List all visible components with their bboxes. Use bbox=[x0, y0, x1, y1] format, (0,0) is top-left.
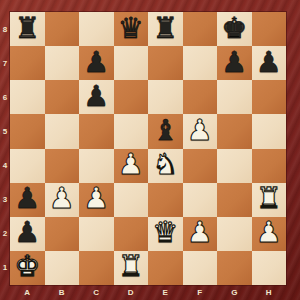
square-h3[interactable]: ♜ bbox=[252, 183, 287, 217]
square-f1[interactable] bbox=[183, 251, 218, 285]
piece-black-pawn[interactable]: ♟ bbox=[83, 48, 109, 77]
square-a3[interactable]: ♟ bbox=[10, 183, 45, 217]
square-e6[interactable] bbox=[148, 80, 183, 114]
square-a7[interactable] bbox=[10, 46, 45, 80]
rank-labels: 87654321 bbox=[0, 12, 10, 285]
rank-label-3: 3 bbox=[0, 183, 10, 217]
rank-label-8: 8 bbox=[0, 12, 10, 46]
piece-black-queen[interactable]: ♛ bbox=[118, 14, 144, 43]
square-f4[interactable] bbox=[183, 149, 218, 183]
piece-white-king[interactable]: ♚ bbox=[14, 252, 40, 281]
square-e4[interactable]: ♞ bbox=[148, 149, 183, 183]
file-label-e: E bbox=[148, 285, 183, 300]
square-a6[interactable] bbox=[10, 80, 45, 114]
piece-white-rook[interactable]: ♜ bbox=[118, 252, 144, 281]
square-c6[interactable]: ♟ bbox=[79, 80, 114, 114]
square-h4[interactable] bbox=[252, 149, 287, 183]
piece-white-pawn[interactable]: ♟ bbox=[187, 218, 213, 247]
square-f6[interactable] bbox=[183, 80, 218, 114]
piece-white-pawn[interactable]: ♟ bbox=[49, 184, 75, 213]
square-d6[interactable] bbox=[114, 80, 149, 114]
square-g6[interactable] bbox=[217, 80, 252, 114]
square-b4[interactable] bbox=[45, 149, 80, 183]
piece-black-king[interactable]: ♚ bbox=[221, 14, 247, 43]
square-e5[interactable]: ♝ bbox=[148, 114, 183, 148]
file-labels: ABCDEFGH bbox=[10, 285, 286, 300]
square-e2[interactable]: ♛ bbox=[148, 217, 183, 251]
chess-board: ♜♛♜♚♟♟♟♟♝♟♟♞♟♟♟♜♟♛♟♟♚♜ bbox=[10, 12, 286, 285]
square-c7[interactable]: ♟ bbox=[79, 46, 114, 80]
file-label-c: C bbox=[79, 285, 114, 300]
file-label-f: F bbox=[183, 285, 218, 300]
square-e3[interactable] bbox=[148, 183, 183, 217]
file-label-b: B bbox=[45, 285, 80, 300]
piece-white-pawn[interactable]: ♟ bbox=[118, 150, 144, 179]
square-h2[interactable]: ♟ bbox=[252, 217, 287, 251]
square-d1[interactable]: ♜ bbox=[114, 251, 149, 285]
file-label-g: G bbox=[217, 285, 252, 300]
square-c5[interactable] bbox=[79, 114, 114, 148]
square-h1[interactable] bbox=[252, 251, 287, 285]
square-f2[interactable]: ♟ bbox=[183, 217, 218, 251]
square-g8[interactable]: ♚ bbox=[217, 12, 252, 46]
rank-label-7: 7 bbox=[0, 46, 10, 80]
square-d2[interactable] bbox=[114, 217, 149, 251]
rank-label-1: 1 bbox=[0, 251, 10, 285]
square-b3[interactable]: ♟ bbox=[45, 183, 80, 217]
rank-label-6: 6 bbox=[0, 80, 10, 114]
square-h6[interactable] bbox=[252, 80, 287, 114]
square-h5[interactable] bbox=[252, 114, 287, 148]
square-g5[interactable] bbox=[217, 114, 252, 148]
square-c2[interactable] bbox=[79, 217, 114, 251]
piece-white-pawn[interactable]: ♟ bbox=[187, 116, 213, 145]
piece-black-pawn[interactable]: ♟ bbox=[256, 48, 282, 77]
board-frame: 87654321 ♜♛♜♚♟♟♟♟♝♟♟♞♟♟♟♜♟♛♟♟♚♜ ABCDEFGH bbox=[0, 0, 300, 300]
piece-black-bishop[interactable]: ♝ bbox=[152, 116, 178, 145]
square-h7[interactable]: ♟ bbox=[252, 46, 287, 80]
piece-black-pawn[interactable]: ♟ bbox=[221, 48, 247, 77]
square-g7[interactable]: ♟ bbox=[217, 46, 252, 80]
square-h8[interactable] bbox=[252, 12, 287, 46]
piece-white-knight[interactable]: ♞ bbox=[152, 150, 178, 179]
square-b6[interactable] bbox=[45, 80, 80, 114]
square-f7[interactable] bbox=[183, 46, 218, 80]
piece-black-rook[interactable]: ♜ bbox=[14, 14, 40, 43]
square-g4[interactable] bbox=[217, 149, 252, 183]
file-label-h: H bbox=[252, 285, 287, 300]
square-b8[interactable] bbox=[45, 12, 80, 46]
square-f8[interactable] bbox=[183, 12, 218, 46]
rank-label-2: 2 bbox=[0, 217, 10, 251]
square-d4[interactable]: ♟ bbox=[114, 149, 149, 183]
piece-black-pawn[interactable]: ♟ bbox=[14, 184, 40, 213]
piece-white-pawn[interactable]: ♟ bbox=[256, 218, 282, 247]
square-a4[interactable] bbox=[10, 149, 45, 183]
square-a2[interactable]: ♟ bbox=[10, 217, 45, 251]
square-a5[interactable] bbox=[10, 114, 45, 148]
piece-black-rook[interactable]: ♜ bbox=[152, 14, 178, 43]
square-a1[interactable]: ♚ bbox=[10, 251, 45, 285]
square-f3[interactable] bbox=[183, 183, 218, 217]
rank-label-5: 5 bbox=[0, 114, 10, 148]
square-d5[interactable] bbox=[114, 114, 149, 148]
rank-label-4: 4 bbox=[0, 149, 10, 183]
square-d3[interactable] bbox=[114, 183, 149, 217]
square-c4[interactable] bbox=[79, 149, 114, 183]
square-a8[interactable]: ♜ bbox=[10, 12, 45, 46]
square-c3[interactable]: ♟ bbox=[79, 183, 114, 217]
square-f5[interactable]: ♟ bbox=[183, 114, 218, 148]
square-b7[interactable] bbox=[45, 46, 80, 80]
square-e8[interactable]: ♜ bbox=[148, 12, 183, 46]
piece-white-queen[interactable]: ♛ bbox=[152, 218, 178, 247]
file-label-d: D bbox=[114, 285, 149, 300]
square-b5[interactable] bbox=[45, 114, 80, 148]
square-e1[interactable] bbox=[148, 251, 183, 285]
square-c1[interactable] bbox=[79, 251, 114, 285]
piece-white-pawn[interactable]: ♟ bbox=[83, 184, 109, 213]
square-g2[interactable] bbox=[217, 217, 252, 251]
square-e7[interactable] bbox=[148, 46, 183, 80]
piece-white-rook[interactable]: ♜ bbox=[256, 184, 282, 213]
square-g1[interactable] bbox=[217, 251, 252, 285]
square-d8[interactable]: ♛ bbox=[114, 12, 149, 46]
square-b1[interactable] bbox=[45, 251, 80, 285]
square-d7[interactable] bbox=[114, 46, 149, 80]
file-label-a: A bbox=[10, 285, 45, 300]
square-c8[interactable] bbox=[79, 12, 114, 46]
square-b2[interactable] bbox=[45, 217, 80, 251]
piece-black-pawn[interactable]: ♟ bbox=[14, 218, 40, 247]
square-g3[interactable] bbox=[217, 183, 252, 217]
piece-black-pawn[interactable]: ♟ bbox=[83, 82, 109, 111]
